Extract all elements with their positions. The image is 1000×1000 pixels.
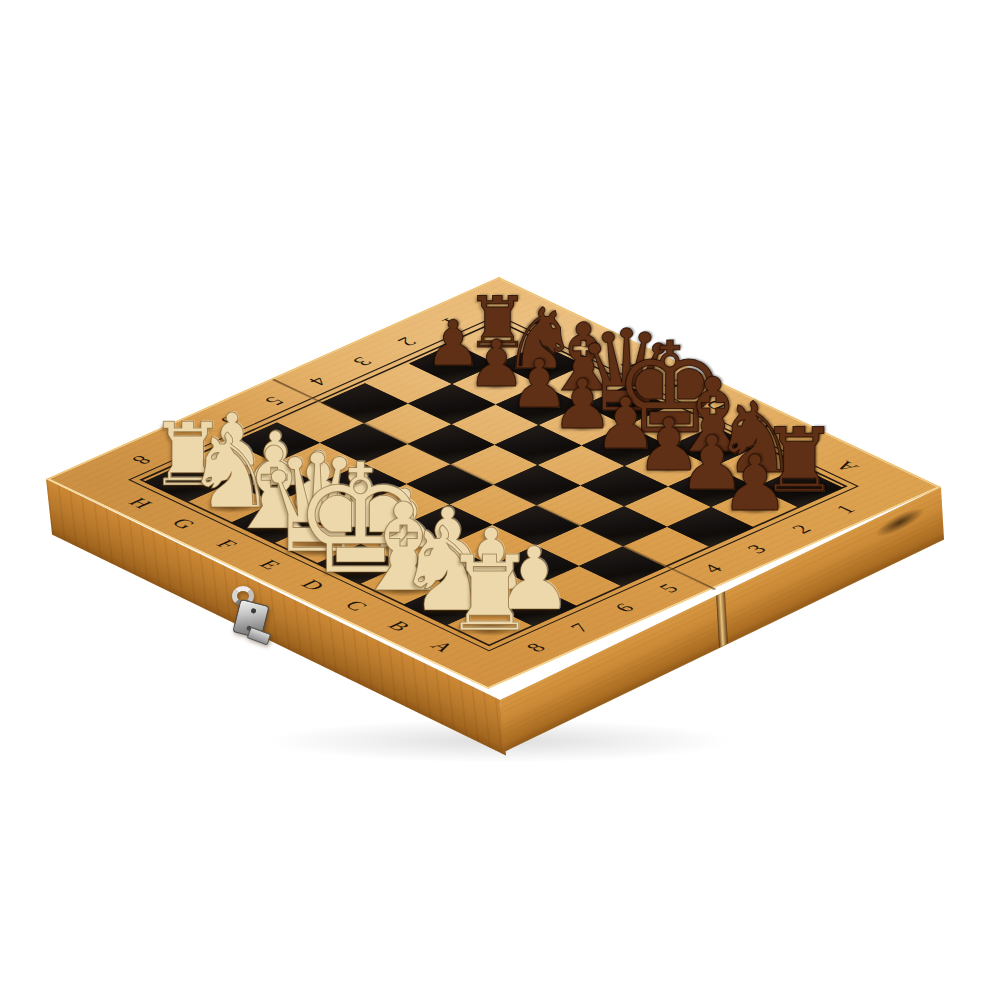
file-label-near-B: B — [384, 619, 415, 633]
file-label-far-F: F — [616, 357, 645, 370]
file-label-far-C: C — [745, 418, 776, 432]
file-label-near-A: A — [426, 639, 458, 654]
rank-label-left-8: 8 — [128, 454, 156, 467]
file-label-near-G: G — [168, 516, 200, 531]
latch-tongue-icon — [247, 627, 272, 646]
file-label-near-E: E — [255, 558, 285, 572]
rank-label-right-8: 8 — [522, 641, 550, 654]
chess-board: HH11GG22FF33EE44DD55CC66BB77AA88 — [46, 277, 941, 689]
rank-label-right-5: 5 — [654, 582, 682, 595]
file-label-far-G: G — [572, 336, 604, 351]
file-label-near-C: C — [341, 598, 372, 612]
file-label-near-F: F — [212, 537, 241, 550]
rank-label-left-2: 2 — [393, 335, 421, 348]
chess-set-photo: HH11GG22FF33EE44DD55CC66BB77AA88 ♜♞♝♚♛♝♞… — [0, 0, 1000, 1000]
rank-label-left-1: 1 — [437, 316, 465, 329]
rank-label-right-2: 2 — [787, 523, 815, 536]
rank-label-left-4: 4 — [305, 375, 333, 388]
rank-label-left-3: 3 — [349, 355, 377, 368]
file-label-near-H: H — [124, 496, 156, 511]
rank-label-right-4: 4 — [699, 562, 727, 575]
file-label-far-H: H — [528, 316, 560, 331]
rank-label-left-5: 5 — [260, 394, 288, 407]
file-label-far-D: D — [701, 398, 733, 413]
fold-gap-notch — [714, 591, 728, 648]
file-label-near-D: D — [297, 578, 329, 593]
file-label-far-E: E — [659, 378, 689, 392]
rank-label-left-6: 6 — [216, 414, 244, 427]
latch-clasp — [226, 586, 286, 648]
rank-label-left-7: 7 — [172, 434, 200, 447]
file-label-far-B: B — [788, 439, 819, 453]
rank-label-right-3: 3 — [743, 542, 771, 555]
rank-label-right-1: 1 — [831, 503, 859, 516]
rank-label-right-7: 7 — [566, 621, 594, 634]
rank-label-right-6: 6 — [610, 601, 638, 614]
file-label-far-A: A — [830, 459, 862, 474]
